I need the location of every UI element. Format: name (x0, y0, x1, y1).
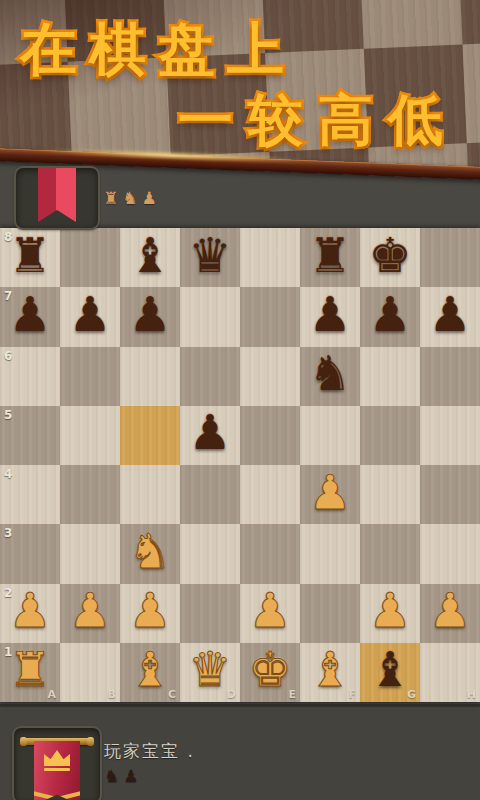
rank-label-1: 1 (4, 645, 12, 659)
square-b3[interactable] (60, 524, 120, 583)
file-label-g: G (407, 688, 416, 701)
square-e3[interactable] (240, 524, 300, 583)
piece-black-pawn[interactable]: ♟ (68, 290, 111, 338)
square-h3[interactable] (420, 524, 480, 583)
square-b2[interactable]: ♟ (60, 584, 120, 643)
captured-white-knight-icon: ♞ (122, 190, 138, 207)
opponent-captured-tray: ♜♞♟ (103, 190, 158, 207)
square-g4[interactable] (360, 465, 420, 524)
square-e7[interactable] (240, 287, 300, 346)
square-b6[interactable] (60, 347, 120, 406)
square-c6[interactable] (120, 347, 180, 406)
square-g2[interactable]: ♟ (360, 584, 420, 643)
square-a8[interactable]: 8♜ (0, 228, 60, 287)
square-a3[interactable]: 3 (0, 524, 60, 583)
piece-white-bishop[interactable]: ♝ (128, 645, 171, 693)
piece-white-knight[interactable]: ♞ (128, 527, 171, 575)
square-c2[interactable]: ♟ (120, 584, 180, 643)
piece-white-king[interactable]: ♚ (248, 645, 291, 693)
rank-label-2: 2 (4, 586, 12, 600)
rank-label-7: 7 (4, 289, 12, 303)
square-a5[interactable]: 5 (0, 406, 60, 465)
piece-black-rook[interactable]: ♜ (308, 231, 351, 279)
piece-black-rook[interactable]: ♜ (8, 231, 51, 279)
square-c1[interactable]: C♝ (120, 643, 180, 702)
piece-black-pawn[interactable]: ♟ (8, 290, 51, 338)
player-avatar[interactable] (12, 726, 102, 800)
square-b7[interactable]: ♟ (60, 287, 120, 346)
square-h1[interactable]: H (420, 643, 480, 702)
piece-white-bishop[interactable]: ♝ (308, 645, 351, 693)
square-f6[interactable]: ♞ (300, 347, 360, 406)
square-a6[interactable]: 6 (0, 347, 60, 406)
piece-white-pawn[interactable]: ♟ (8, 586, 51, 634)
chess-board: 8♜♝♛♜♚7♟♟♟♟♟♟6♞5♟4♟3♞2♟♟♟♟♟♟1A♜BC♝D♛E♚F♝… (0, 228, 480, 702)
square-g6[interactable] (360, 347, 420, 406)
square-a2[interactable]: 2♟ (0, 584, 60, 643)
square-f4[interactable]: ♟ (300, 465, 360, 524)
square-e1[interactable]: E♚ (240, 643, 300, 702)
square-a7[interactable]: 7♟ (0, 287, 60, 346)
rank-label-3: 3 (4, 526, 12, 540)
player-name: 玩家宝宝 . (104, 740, 195, 763)
square-c5[interactable] (120, 406, 180, 465)
square-g8[interactable]: ♚ (360, 228, 420, 287)
square-h6[interactable] (420, 347, 480, 406)
piece-black-pawn[interactable]: ♟ (128, 290, 171, 338)
square-d3[interactable] (180, 524, 240, 583)
square-f7[interactable]: ♟ (300, 287, 360, 346)
square-d8[interactable]: ♛ (180, 228, 240, 287)
banner-title-line2: 一较高低 (178, 84, 458, 158)
file-label-a: A (47, 688, 56, 701)
rank-label-5: 5 (4, 408, 12, 422)
piece-white-queen[interactable]: ♛ (188, 645, 231, 693)
square-b1[interactable]: B (60, 643, 120, 702)
square-b4[interactable] (60, 465, 120, 524)
piece-black-bishop[interactable]: ♝ (368, 645, 411, 693)
square-f2[interactable] (300, 584, 360, 643)
square-d4[interactable] (180, 465, 240, 524)
file-label-h: H (467, 688, 476, 701)
square-h4[interactable] (420, 465, 480, 524)
square-g5[interactable] (360, 406, 420, 465)
piece-white-pawn[interactable]: ♟ (428, 586, 471, 634)
file-label-b: B (108, 688, 116, 701)
square-c4[interactable] (120, 465, 180, 524)
square-h5[interactable] (420, 406, 480, 465)
square-c3[interactable]: ♞ (120, 524, 180, 583)
piece-white-pawn[interactable]: ♟ (248, 586, 291, 634)
file-label-c: C (168, 688, 176, 701)
rank-label-6: 6 (4, 349, 12, 363)
square-a4[interactable]: 4 (0, 465, 60, 524)
file-label-f: F (348, 688, 356, 701)
player-captured-tray: ♞♟ (104, 768, 140, 785)
square-g3[interactable] (360, 524, 420, 583)
captured-white-rook-icon: ♜ (103, 190, 119, 207)
square-a1[interactable]: 1A♜ (0, 643, 60, 702)
rank-label-4: 4 (4, 467, 12, 481)
square-f3[interactable] (300, 524, 360, 583)
piece-white-pawn[interactable]: ♟ (128, 586, 171, 634)
square-e8[interactable] (240, 228, 300, 287)
piece-black-pawn[interactable]: ♟ (368, 290, 411, 338)
square-f8[interactable]: ♜ (300, 228, 360, 287)
square-h7[interactable]: ♟ (420, 287, 480, 346)
piece-white-pawn[interactable]: ♟ (368, 586, 411, 634)
piece-white-pawn[interactable]: ♟ (68, 586, 111, 634)
piece-black-pawn[interactable]: ♟ (308, 290, 351, 338)
banner-title-line1: 在棋盘上 (20, 12, 296, 89)
piece-black-pawn[interactable]: ♟ (428, 290, 471, 338)
square-d7[interactable] (180, 287, 240, 346)
square-f1[interactable]: F♝ (300, 643, 360, 702)
square-e5[interactable] (240, 406, 300, 465)
piece-black-knight[interactable]: ♞ (308, 349, 351, 397)
rank-label-8: 8 (4, 230, 12, 244)
piece-white-rook[interactable]: ♜ (8, 645, 51, 693)
square-e6[interactable] (240, 347, 300, 406)
square-d6[interactable] (180, 347, 240, 406)
file-label-d: D (227, 688, 236, 701)
square-e4[interactable] (240, 465, 300, 524)
captured-black-pawn-icon: ♟ (123, 768, 139, 785)
square-g7[interactable]: ♟ (360, 287, 420, 346)
square-d5[interactable]: ♟ (180, 406, 240, 465)
crown-base-icon (44, 768, 70, 771)
square-d1[interactable]: D♛ (180, 643, 240, 702)
piece-black-queen[interactable]: ♛ (188, 231, 231, 279)
square-e2[interactable]: ♟ (240, 584, 300, 643)
square-b5[interactable] (60, 406, 120, 465)
app-screen: 在棋盘上 一较高低 ♜♞♟ 8♜♝♛♜♚7♟♟♟♟♟♟6♞5♟4♟3♞2♟♟♟♟… (0, 0, 480, 800)
piece-black-pawn[interactable]: ♟ (188, 408, 231, 456)
file-label-e: E (288, 688, 296, 701)
piece-white-pawn[interactable]: ♟ (308, 468, 351, 516)
square-f5[interactable] (300, 406, 360, 465)
square-h8[interactable] (420, 228, 480, 287)
captured-black-knight-icon: ♞ (104, 768, 120, 785)
square-b8[interactable] (60, 228, 120, 287)
ribbon-bookmark-icon (38, 168, 76, 222)
piece-black-bishop[interactable]: ♝ (128, 231, 171, 279)
square-c8[interactable]: ♝ (120, 228, 180, 287)
captured-white-pawn-icon: ♟ (142, 190, 158, 207)
square-h2[interactable]: ♟ (420, 584, 480, 643)
opponent-avatar[interactable] (14, 166, 100, 230)
square-d2[interactable] (180, 584, 240, 643)
square-c7[interactable]: ♟ (120, 287, 180, 346)
square-g1[interactable]: G♝ (360, 643, 420, 702)
piece-black-king[interactable]: ♚ (368, 231, 411, 279)
